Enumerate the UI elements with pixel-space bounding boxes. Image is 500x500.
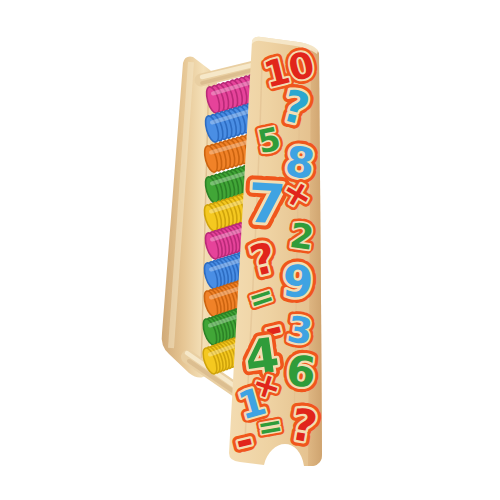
panel-symbol-8: 999: [281, 255, 315, 308]
product-photo-scene: 101010???555888777+++222???999===---3334…: [0, 0, 500, 500]
symbol-glyph: 9: [281, 255, 315, 308]
panel-symbol-13: 666: [284, 346, 318, 398]
abacus-toy: 101010???555888777+++222???999===---3334…: [0, 0, 500, 500]
symbol-glyph: 6: [284, 346, 318, 398]
